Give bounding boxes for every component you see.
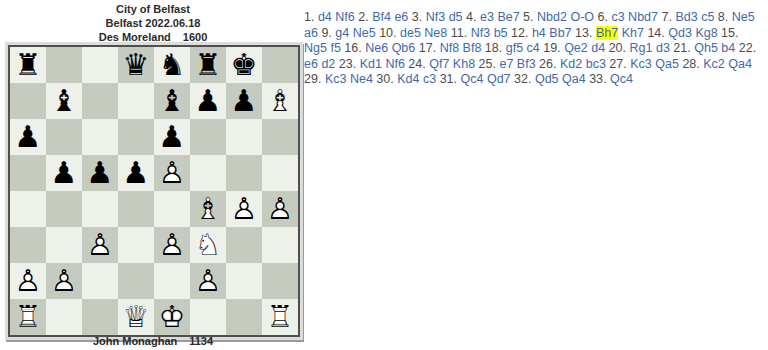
square-f1 (190, 299, 226, 335)
black-player-label: Des Moreland1600 (0, 30, 306, 44)
square-b3 (46, 227, 82, 263)
white-pawn-b2: ♙ (46, 263, 82, 299)
square-h4: ♟♙ (262, 191, 298, 227)
move-18-black[interactable]: c4 (527, 41, 540, 55)
square-g6 (226, 119, 262, 155)
white-pawn-f2: ♙ (190, 263, 226, 299)
move-8-white[interactable]: Ne5 (732, 10, 755, 24)
square-d4 (118, 191, 154, 227)
move-number-26: 26. (539, 57, 556, 71)
move-number-13: 13. (575, 26, 592, 40)
square-g7: ♟ (226, 83, 262, 119)
white-player-label: John Monaghan1134 (0, 335, 306, 347)
square-f3: ♞♘ (190, 227, 226, 263)
square-h5 (262, 155, 298, 191)
square-c7 (82, 83, 118, 119)
move-number-5: 5. (523, 10, 533, 24)
square-e1: ♚♔ (154, 299, 190, 335)
black-pawn-e6: ♟ (154, 119, 190, 155)
move-10-white[interactable]: de5 (400, 26, 421, 40)
move-number-14: 14. (647, 26, 664, 40)
square-f4: ♝♗ (190, 191, 226, 227)
move-10-black[interactable]: Ne8 (424, 26, 447, 40)
move-20-black[interactable]: d3 (656, 41, 670, 55)
move-number-10: 10. (379, 26, 396, 40)
move-number-9: 9. (321, 26, 331, 40)
move-number-28: 28. (682, 57, 699, 71)
move-number-23: 23. (339, 57, 356, 71)
square-f7: ♟ (190, 83, 226, 119)
square-d5: ♟ (118, 155, 154, 191)
square-d1: ♛♕ (118, 299, 154, 335)
move-32-white[interactable]: Qd5 (535, 72, 559, 86)
square-d3 (118, 227, 154, 263)
square-d8: ♛ (118, 47, 154, 83)
move-3-black[interactable]: d5 (449, 10, 463, 24)
white-player-name: John Monaghan (93, 335, 177, 347)
square-b5: ♟ (46, 155, 82, 191)
move-15-black[interactable]: f5 (330, 41, 340, 55)
move-17-black[interactable]: Bf8 (463, 41, 482, 55)
white-player-rating: 1134 (189, 335, 213, 347)
square-a4 (10, 191, 46, 227)
move-number-3: 3. (412, 10, 422, 24)
white-bishop-h7: ♗ (262, 83, 298, 119)
square-b7: ♝ (46, 83, 82, 119)
square-a2: ♟♙ (10, 263, 46, 299)
black-pawn-a6: ♟ (10, 119, 46, 155)
page: { "game": "chess", "header": { "event": … (0, 0, 768, 350)
move-number-11: 11. (451, 26, 467, 40)
square-g4: ♟♙ (226, 191, 262, 227)
move-number-16: 16. (344, 41, 361, 55)
white-pawn-c3: ♙ (82, 227, 118, 263)
move-23-white[interactable]: Kd1 (360, 57, 382, 71)
move-number-17: 17. (419, 41, 436, 55)
move-number-20: 20. (609, 41, 626, 55)
move-9-black[interactable]: Ne5 (353, 26, 376, 40)
white-rook-a1: ♖ (10, 299, 46, 335)
move-number-27: 27. (609, 57, 626, 71)
move-16-white[interactable]: Ne6 (365, 41, 388, 55)
white-pawn-a2: ♙ (10, 263, 46, 299)
black-pawn-c5: ♟ (82, 155, 118, 191)
move-11-white[interactable]: Nf3 (471, 26, 490, 40)
black-pawn-f7: ♟ (190, 83, 226, 119)
event-title: City of Belfast (0, 2, 306, 16)
square-a5 (10, 155, 46, 191)
move-33-white[interactable]: Qc4 (610, 72, 633, 86)
move-6-white[interactable]: c3 (611, 10, 624, 24)
move-number-22: 22. (739, 41, 756, 55)
move-number-32: 32. (514, 72, 531, 86)
square-c3: ♟♙ (82, 227, 118, 263)
square-e6: ♟ (154, 119, 190, 155)
move-12-white[interactable]: h4 (532, 26, 546, 40)
move-number-4: 4. (466, 10, 476, 24)
move-1-black[interactable]: Nf6 (335, 10, 354, 24)
square-d2 (118, 263, 154, 299)
move-number-12: 12. (511, 26, 528, 40)
move-15-white[interactable]: Ng5 (304, 41, 327, 55)
move-32-black[interactable]: Qa4 (562, 72, 586, 86)
move-20-white[interactable]: Rg1 (630, 41, 653, 55)
move-24-black[interactable]: Kh8 (453, 57, 475, 71)
square-f2: ♟♙ (190, 263, 226, 299)
move-25-black[interactable]: Bf3 (517, 57, 536, 71)
move-number-33: 33. (589, 72, 606, 86)
square-h1: ♜♖ (262, 299, 298, 335)
move-7-black[interactable]: c5 (701, 10, 714, 24)
square-b6 (46, 119, 82, 155)
square-a8: ♜ (10, 47, 46, 83)
move-number-19: 19. (543, 41, 560, 55)
move-26-black[interactable]: bc3 (586, 57, 606, 71)
move-22-white[interactable]: e6 (304, 57, 318, 71)
move-number-7: 7. (661, 10, 671, 24)
black-rook-a8: ♜ (10, 47, 46, 83)
move-29-black[interactable]: Ne4 (350, 72, 373, 86)
white-knight-f3: ♘ (190, 227, 226, 263)
move-14-black[interactable]: Kg8 (695, 26, 717, 40)
black-rook-f8: ♜ (190, 47, 226, 83)
move-11-black[interactable]: b5 (494, 26, 508, 40)
move-number-1: 1. (304, 10, 314, 24)
move-8-black[interactable]: a6 (304, 26, 318, 40)
move-31-black[interactable]: Qd7 (487, 72, 511, 86)
move-18-white[interactable]: gf5 (506, 41, 523, 55)
square-f8: ♜ (190, 47, 226, 83)
square-c2 (82, 263, 118, 299)
move-number-15: 15. (721, 26, 738, 40)
move-9-white[interactable]: g4 (335, 26, 349, 40)
square-g1 (226, 299, 262, 335)
move-13-black[interactable]: Kh7 (622, 26, 644, 40)
move-26-white[interactable]: Kd2 (560, 57, 582, 71)
square-g8: ♚ (226, 47, 262, 83)
move-12-black[interactable]: Bb7 (549, 26, 571, 40)
move-1-white[interactable]: d4 (318, 10, 332, 24)
white-rook-h1: ♖ (262, 299, 298, 335)
white-pawn-e3: ♙ (154, 227, 190, 263)
square-g2 (226, 263, 262, 299)
move-22-black[interactable]: d2 (321, 57, 335, 71)
square-h7: ♝♗ (262, 83, 298, 119)
move-29-white[interactable]: Kc3 (325, 72, 347, 86)
square-e7: ♝ (154, 83, 190, 119)
square-f6 (190, 119, 226, 155)
square-g5 (226, 155, 262, 191)
move-30-white[interactable]: Kd4 (397, 72, 419, 86)
square-b8 (46, 47, 82, 83)
square-h2 (262, 263, 298, 299)
move-5-white[interactable]: Nbd2 (537, 10, 567, 24)
white-pawn-e5: ♙ (154, 155, 190, 191)
move-number-30: 30. (376, 72, 393, 86)
move-number-29: 29. (304, 72, 321, 86)
black-king-g8: ♚ (226, 47, 262, 83)
move-list: 1. d4 Nf6 2. Bf4 e6 3. Nf3 d5 4. e3 Be7 … (304, 10, 764, 88)
move-number-2: 2. (358, 10, 368, 24)
move-number-25: 25. (479, 57, 496, 71)
move-number-31: 31. (440, 72, 457, 86)
move-2-white[interactable]: Bf4 (372, 10, 391, 24)
move-number-18: 18. (485, 41, 502, 55)
white-king-e1: ♔ (154, 299, 190, 335)
square-a1: ♜♖ (10, 299, 46, 335)
black-bishop-e7: ♝ (154, 83, 190, 119)
square-a3 (10, 227, 46, 263)
move-number-21: 21. (673, 41, 690, 55)
move-2-black[interactable]: e6 (394, 10, 408, 24)
move-21-white[interactable]: Qh5 (694, 41, 718, 55)
square-h3 (262, 227, 298, 263)
square-e3: ♟♙ (154, 227, 190, 263)
move-7-white[interactable]: Bd3 (675, 10, 697, 24)
square-h8 (262, 47, 298, 83)
move-27-black[interactable]: Qa5 (655, 57, 679, 71)
move-30-black[interactable]: c3 (423, 72, 436, 86)
square-a6: ♟ (10, 119, 46, 155)
square-c5: ♟ (82, 155, 118, 191)
move-25-white[interactable]: e7 (499, 57, 513, 71)
move-number-24: 24. (408, 57, 425, 71)
move-17-white[interactable]: Nf8 (440, 41, 459, 55)
move-16-black[interactable]: Qb6 (392, 41, 416, 55)
square-e8: ♞ (154, 47, 190, 83)
black-player-name: Des Moreland (99, 31, 171, 43)
move-19-black[interactable]: d4 (591, 41, 605, 55)
move-28-black[interactable]: Qa4 (728, 57, 752, 71)
move-5-black[interactable]: O-O (570, 10, 594, 24)
square-c1 (82, 299, 118, 335)
black-pawn-d5: ♟ (118, 155, 154, 191)
black-pawn-g7: ♟ (226, 83, 262, 119)
move-13-white[interactable]: Bh7 (596, 26, 618, 40)
square-f5 (190, 155, 226, 191)
move-31-white[interactable]: Qc4 (461, 72, 484, 86)
move-28-white[interactable]: Kc2 (703, 57, 725, 71)
square-e4 (154, 191, 190, 227)
move-number-6: 6. (598, 10, 608, 24)
square-b1 (46, 299, 82, 335)
square-e5: ♟♙ (154, 155, 190, 191)
move-21-black[interactable]: b4 (721, 41, 735, 55)
game-header: City of Belfast Belfast 2022.06.18 Des M… (0, 2, 306, 44)
square-a7 (10, 83, 46, 119)
square-d6 (118, 119, 154, 155)
square-h6 (262, 119, 298, 155)
white-bishop-f4: ♗ (190, 191, 226, 227)
black-knight-e8: ♞ (154, 47, 190, 83)
site-date: Belfast 2022.06.18 (0, 16, 306, 30)
move-27-white[interactable]: Kc3 (630, 57, 652, 71)
square-d7 (118, 83, 154, 119)
square-g3 (226, 227, 262, 263)
black-bishop-b7: ♝ (46, 83, 82, 119)
white-pawn-g4: ♙ (226, 191, 262, 227)
move-4-white[interactable]: e3 (480, 10, 494, 24)
move-6-black[interactable]: Nbd7 (628, 10, 658, 24)
square-b2: ♟♙ (46, 263, 82, 299)
move-4-black[interactable]: Be7 (497, 10, 519, 24)
move-3-white[interactable]: Nf3 (426, 10, 445, 24)
black-queen-d8: ♛ (118, 47, 154, 83)
move-19-white[interactable]: Qe2 (564, 41, 588, 55)
move-number-8: 8. (718, 10, 728, 24)
white-pawn-h4: ♙ (262, 191, 298, 227)
square-e2 (154, 263, 190, 299)
square-b4 (46, 191, 82, 227)
move-23-black[interactable]: Nf6 (385, 57, 404, 71)
black-pawn-b5: ♟ (46, 155, 82, 191)
square-c8 (82, 47, 118, 83)
black-player-rating: 1600 (183, 31, 207, 43)
chess-board: ♜♛♞♜♚♝♝♟♟♝♗♟♟♟♟♟♟♙♝♗♟♙♟♙♟♙♟♙♞♘♟♙♟♙♟♙♜♖♛♕… (8, 45, 300, 337)
move-14-white[interactable]: Qd3 (668, 26, 692, 40)
square-c4 (82, 191, 118, 227)
move-24-white[interactable]: Qf7 (429, 57, 449, 71)
square-c6 (82, 119, 118, 155)
white-queen-d1: ♕ (118, 299, 154, 335)
